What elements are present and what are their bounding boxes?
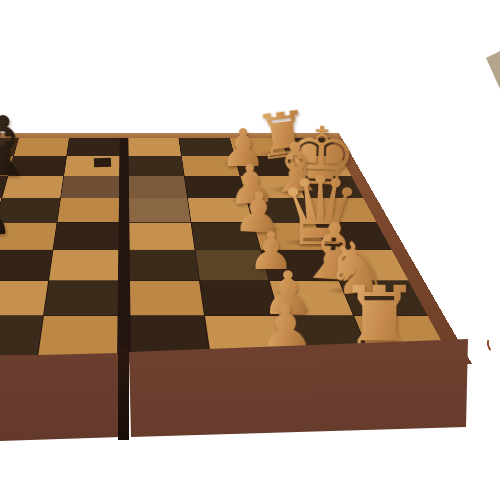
piece-black-bishop-b7[interactable]: ♝ <box>0 106 43 177</box>
black-pawn-glyph: ♟ <box>0 185 17 243</box>
square-e7 <box>129 156 184 176</box>
square-d8 <box>67 138 120 156</box>
auction-photo-stage: ♜♟♝♚♝♟♟♟♛♟♝♞♟♟♜ <box>0 0 500 500</box>
square-e3 <box>130 250 199 280</box>
square-e4 <box>129 223 194 250</box>
square-e8 <box>128 138 181 156</box>
square-e5 <box>129 198 191 222</box>
black-bishop-glyph: ♝ <box>0 104 44 189</box>
hinge-gap <box>118 347 129 440</box>
square-c1 <box>0 316 43 356</box>
square-c3 <box>0 250 53 280</box>
square-d3 <box>49 250 118 280</box>
square-e2 <box>130 281 204 316</box>
square-d2 <box>44 281 118 316</box>
piece-black-pawn-b5[interactable]: ♟ <box>0 185 17 235</box>
square-d5 <box>57 198 119 222</box>
square-c2 <box>0 281 48 316</box>
square-d1 <box>38 316 117 356</box>
square-d4 <box>53 223 118 250</box>
square-e6 <box>129 176 187 198</box>
square-d6 <box>61 176 119 198</box>
inlay-repair-patch <box>94 158 111 168</box>
red-mark <box>486 336 499 353</box>
